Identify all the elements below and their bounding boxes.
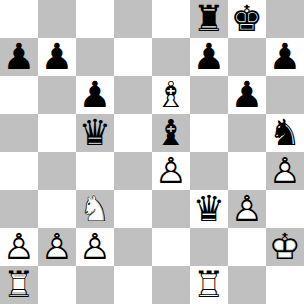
- square-d6[interactable]: [114, 76, 152, 114]
- piece-white-pawn-c2[interactable]: ♟♙: [76, 228, 114, 266]
- square-g2[interactable]: [228, 228, 266, 266]
- piece-glyph: ♞: [266, 114, 304, 152]
- square-d3[interactable]: [114, 190, 152, 228]
- piece-white-pawn-g3[interactable]: ♟♙: [228, 190, 266, 228]
- square-e5[interactable]: ♝: [152, 114, 190, 152]
- piece-white-pawn-h4[interactable]: ♟♙: [266, 152, 304, 190]
- square-a2[interactable]: ♟♙: [0, 228, 38, 266]
- square-e7[interactable]: [152, 38, 190, 76]
- piece-white-pawn-e4[interactable]: ♟♙: [152, 152, 190, 190]
- square-b3[interactable]: [38, 190, 76, 228]
- square-b2[interactable]: ♟♙: [38, 228, 76, 266]
- piece-black-pawn-b7[interactable]: ♟: [38, 38, 76, 76]
- square-b4[interactable]: [38, 152, 76, 190]
- piece-glyph: ♜: [190, 0, 228, 38]
- piece-glyph: ♟: [228, 76, 266, 114]
- square-h6[interactable]: [266, 76, 304, 114]
- piece-white-king-h2[interactable]: ♚♔: [266, 228, 304, 266]
- square-c7[interactable]: [76, 38, 114, 76]
- piece-outline-layer: ♙: [0, 228, 38, 266]
- square-c6[interactable]: ♟: [76, 76, 114, 114]
- square-e6[interactable]: ♝♗: [152, 76, 190, 114]
- piece-outline-layer: ♔: [266, 228, 304, 266]
- piece-outline-layer: ♖: [0, 266, 38, 304]
- square-d2[interactable]: [114, 228, 152, 266]
- square-b1[interactable]: [38, 266, 76, 304]
- chess-board: ♜♚♟♟♟♟♟♝♗♟♛♝♞♟♙♟♙♞♘♛♟♙♟♙♟♙♟♙♚♔♜♖♜♖: [0, 0, 304, 304]
- piece-glyph: ♛: [190, 190, 228, 228]
- piece-glyph: ♚: [228, 0, 266, 38]
- square-c5[interactable]: ♛: [76, 114, 114, 152]
- piece-outline-layer: ♙: [152, 152, 190, 190]
- square-c3[interactable]: ♞♘: [76, 190, 114, 228]
- piece-white-rook-a1[interactable]: ♜♖: [0, 266, 38, 304]
- square-a4[interactable]: [0, 152, 38, 190]
- piece-black-pawn-c6[interactable]: ♟: [76, 76, 114, 114]
- piece-glyph: ♟: [38, 38, 76, 76]
- piece-white-rook-f1[interactable]: ♜♖: [190, 266, 228, 304]
- piece-black-queen-f3[interactable]: ♛: [190, 190, 228, 228]
- square-e8[interactable]: [152, 0, 190, 38]
- square-d5[interactable]: [114, 114, 152, 152]
- square-g1[interactable]: [228, 266, 266, 304]
- square-a5[interactable]: [0, 114, 38, 152]
- square-g6[interactable]: ♟: [228, 76, 266, 114]
- square-b5[interactable]: [38, 114, 76, 152]
- piece-black-knight-h5[interactable]: ♞: [266, 114, 304, 152]
- piece-black-pawn-h7[interactable]: ♟: [266, 38, 304, 76]
- square-d7[interactable]: [114, 38, 152, 76]
- square-g7[interactable]: [228, 38, 266, 76]
- piece-outline-layer: ♖: [190, 266, 228, 304]
- piece-black-queen-c5[interactable]: ♛: [76, 114, 114, 152]
- square-f5[interactable]: [190, 114, 228, 152]
- piece-outline-layer: ♙: [266, 152, 304, 190]
- square-c2[interactable]: ♟♙: [76, 228, 114, 266]
- square-e1[interactable]: [152, 266, 190, 304]
- square-c4[interactable]: [76, 152, 114, 190]
- square-h8[interactable]: [266, 0, 304, 38]
- square-f4[interactable]: [190, 152, 228, 190]
- piece-white-knight-c3[interactable]: ♞♘: [76, 190, 114, 228]
- square-g5[interactable]: [228, 114, 266, 152]
- piece-glyph: ♟: [266, 38, 304, 76]
- piece-black-pawn-g6[interactable]: ♟: [228, 76, 266, 114]
- piece-outline-layer: ♘: [76, 190, 114, 228]
- square-h3[interactable]: [266, 190, 304, 228]
- square-h2[interactable]: ♚♔: [266, 228, 304, 266]
- piece-glyph: ♟: [190, 38, 228, 76]
- square-e3[interactable]: [152, 190, 190, 228]
- piece-outline-layer: ♙: [228, 190, 266, 228]
- piece-glyph: ♟: [76, 76, 114, 114]
- piece-glyph: ♛: [76, 114, 114, 152]
- square-f6[interactable]: [190, 76, 228, 114]
- piece-white-bishop-e6[interactable]: ♝♗: [152, 76, 190, 114]
- square-h7[interactable]: ♟: [266, 38, 304, 76]
- square-a1[interactable]: ♜♖: [0, 266, 38, 304]
- piece-black-pawn-a7[interactable]: ♟: [0, 38, 38, 76]
- square-f1[interactable]: ♜♖: [190, 266, 228, 304]
- square-e2[interactable]: [152, 228, 190, 266]
- piece-white-pawn-b2[interactable]: ♟♙: [38, 228, 76, 266]
- square-d8[interactable]: [114, 0, 152, 38]
- piece-black-king-g8[interactable]: ♚: [228, 0, 266, 38]
- square-b6[interactable]: [38, 76, 76, 114]
- square-h5[interactable]: ♞: [266, 114, 304, 152]
- square-b7[interactable]: ♟: [38, 38, 76, 76]
- square-d1[interactable]: [114, 266, 152, 304]
- piece-outline-layer: ♙: [76, 228, 114, 266]
- square-h1[interactable]: [266, 266, 304, 304]
- piece-glyph: ♝: [152, 114, 190, 152]
- piece-black-pawn-f7[interactable]: ♟: [190, 38, 228, 76]
- square-f8[interactable]: ♜: [190, 0, 228, 38]
- square-a6[interactable]: [0, 76, 38, 114]
- square-f7[interactable]: ♟: [190, 38, 228, 76]
- square-f2[interactable]: [190, 228, 228, 266]
- square-g3[interactable]: ♟♙: [228, 190, 266, 228]
- square-c8[interactable]: [76, 0, 114, 38]
- piece-black-rook-f8[interactable]: ♜: [190, 0, 228, 38]
- square-g4[interactable]: [228, 152, 266, 190]
- piece-white-pawn-a2[interactable]: ♟♙: [0, 228, 38, 266]
- square-e4[interactable]: ♟♙: [152, 152, 190, 190]
- piece-black-bishop-e5[interactable]: ♝: [152, 114, 190, 152]
- square-a8[interactable]: [0, 0, 38, 38]
- square-f3[interactable]: ♛: [190, 190, 228, 228]
- square-b8[interactable]: [38, 0, 76, 38]
- piece-outline-layer: ♙: [38, 228, 76, 266]
- square-d4[interactable]: [114, 152, 152, 190]
- square-a3[interactable]: [0, 190, 38, 228]
- square-c1[interactable]: [76, 266, 114, 304]
- square-h4[interactable]: ♟♙: [266, 152, 304, 190]
- square-a7[interactable]: ♟: [0, 38, 38, 76]
- square-g8[interactable]: ♚: [228, 0, 266, 38]
- piece-outline-layer: ♗: [152, 76, 190, 114]
- piece-glyph: ♟: [0, 38, 38, 76]
